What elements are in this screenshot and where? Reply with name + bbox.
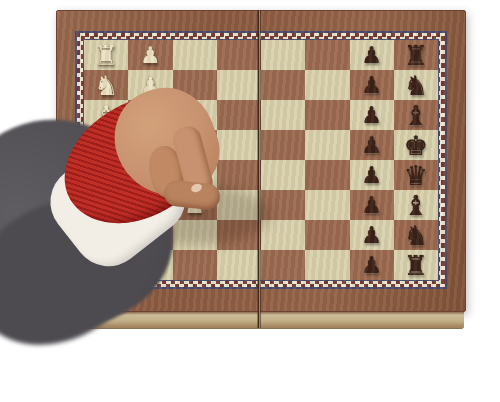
board-fold-seam [257,10,261,328]
square-h2[interactable]: ♟ [128,40,172,70]
piece-black-pawn-h7: ♟ [361,44,382,67]
square-d8[interactable]: ♛ [394,160,438,190]
piece-white-rook-h1: ♜ [94,42,118,69]
square-a3[interactable] [173,250,217,280]
square-f4[interactable] [217,100,261,130]
square-b8[interactable]: ♞ [394,220,438,250]
square-e6[interactable] [305,130,349,160]
square-d5[interactable] [261,160,305,190]
square-f8[interactable]: ♝ [394,100,438,130]
square-e8[interactable]: ♚ [394,130,438,160]
piece-black-knight-b8: ♞ [404,222,428,249]
square-c7[interactable]: ♟ [350,190,394,220]
square-f6[interactable] [305,100,349,130]
square-a4[interactable] [217,250,261,280]
piece-black-king-e8: ♚ [404,132,428,159]
square-d6[interactable] [305,160,349,190]
piece-black-pawn-f7: ♟ [361,104,382,127]
piece-white-pawn-h2: ♟ [140,44,161,67]
piece-black-knight-g8: ♞ [404,72,428,99]
piece-black-bishop-c8: ♝ [404,192,428,219]
square-a5[interactable] [261,250,305,280]
square-g8[interactable]: ♞ [394,70,438,100]
square-h8[interactable]: ♜ [394,40,438,70]
square-e7[interactable]: ♟ [350,130,394,160]
piece-black-rook-h8: ♜ [404,42,428,69]
square-e4[interactable] [217,130,261,160]
piece-black-queen-d8: ♛ [404,162,428,189]
piece-black-pawn-g7: ♟ [361,74,382,97]
piece-black-pawn-e7: ♟ [361,134,382,157]
square-d4[interactable] [217,160,261,190]
square-c6[interactable] [305,190,349,220]
photo-canvas: ♜♟♟♜♞♟♟♞♝♟♟♝♚♟♟♚♛♟♟♛♝♟♟♝♞♟♟♞♜♟♟♜ [0,0,500,402]
piece-black-pawn-c7: ♟ [361,194,382,217]
square-d7[interactable]: ♟ [350,160,394,190]
square-e5[interactable] [261,130,305,160]
square-h4[interactable] [217,40,261,70]
piece-black-pawn-b7: ♟ [361,224,382,247]
square-h5[interactable] [261,40,305,70]
square-g4[interactable] [217,70,261,100]
square-g1[interactable]: ♞ [84,70,128,100]
square-a6[interactable] [305,250,349,280]
piece-black-pawn-d7: ♟ [361,164,382,187]
square-h3[interactable] [173,40,217,70]
square-b5[interactable] [261,220,305,250]
piece-black-rook-a8: ♜ [404,252,428,279]
square-g5[interactable] [261,70,305,100]
piece-black-bishop-f8: ♝ [404,102,428,129]
square-h1[interactable]: ♜ [84,40,128,70]
square-b7[interactable]: ♟ [350,220,394,250]
square-c8[interactable]: ♝ [394,190,438,220]
piece-black-pawn-a7: ♟ [361,254,382,277]
piece-white-knight-g1: ♞ [94,72,118,99]
square-a8[interactable]: ♜ [394,250,438,280]
square-f7[interactable]: ♟ [350,100,394,130]
square-h6[interactable] [305,40,349,70]
square-h7[interactable]: ♟ [350,40,394,70]
square-a7[interactable]: ♟ [350,250,394,280]
square-b6[interactable] [305,220,349,250]
square-g6[interactable] [305,70,349,100]
square-g7[interactable]: ♟ [350,70,394,100]
square-f5[interactable] [261,100,305,130]
